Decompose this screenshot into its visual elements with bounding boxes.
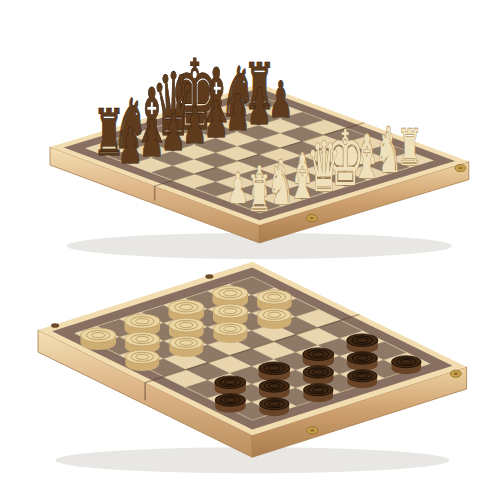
chess-piece-dark-p-g7: ♟: [247, 77, 272, 136]
chess-piece-dark-p-c7: ♟: [161, 103, 186, 162]
checkers-board-hinge-0: [51, 323, 59, 328]
chess-piece-dark-p-f7: ♟: [225, 83, 250, 142]
chess-piece-dark-p-a7: ♟: [118, 116, 143, 175]
chess-piece-dark-p-e7: ♟: [204, 90, 229, 149]
chess-board-clasp-pin-1: [458, 167, 462, 169]
chess-piece-dark-p-d7: ♟: [182, 96, 207, 155]
checkers-board-clasp-pin-0: [310, 429, 314, 431]
chess-board-clasp-pin-0: [310, 217, 314, 219]
chess-piece-light-r-a1: ♜: [247, 164, 272, 223]
checkers-board-hinge-1: [205, 274, 213, 279]
chess-piece-light-p-a2: ♟: [227, 163, 248, 212]
chess-piece-dark-p-h7: ♟: [268, 70, 293, 129]
game-set-scene: ♜♞♟♝♟♚♟♛♟♝♟♞♟♜♟♟♟♟♜♟♞♟♝♟♚♟♛♟♝♟♞♜: [0, 0, 500, 500]
product-photo: ♜♞♟♝♟♚♟♛♟♝♟♞♟♜♟♟♟♟♜♟♞♟♝♟♚♟♛♟♝♟♞♜: [0, 0, 500, 500]
chess-piece-dark-p-b7: ♟: [139, 109, 164, 168]
checkers-board-clasp-pin-1: [454, 373, 458, 375]
